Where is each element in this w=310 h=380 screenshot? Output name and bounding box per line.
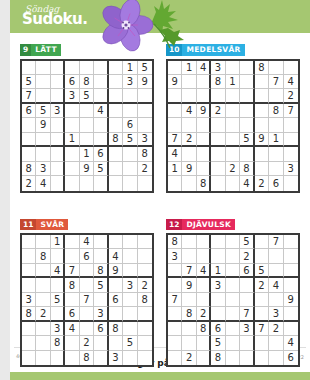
sudoku-cell[interactable]	[168, 307, 182, 321]
sudoku-cell[interactable]	[226, 176, 240, 190]
sudoku-cell[interactable]	[51, 176, 65, 190]
sudoku-cell[interactable]	[80, 264, 94, 278]
sudoku-cell[interactable]	[226, 322, 240, 336]
sudoku-cell: 7	[168, 293, 182, 307]
sudoku-cell: 3	[51, 322, 65, 336]
sudoku-cell: 3	[211, 61, 225, 75]
sudoku-cell[interactable]	[284, 322, 298, 336]
sudoku-cell[interactable]	[226, 293, 240, 307]
sudoku-cell[interactable]	[138, 264, 152, 278]
sudoku-cell: 5	[22, 75, 36, 89]
sudoku-cell[interactable]	[80, 61, 94, 75]
sudoku-cell: 7	[284, 104, 298, 118]
puzzle-row-top: 9 LÄTT 155683973565349618531688395224 10…	[20, 37, 300, 193]
sudoku-cell[interactable]	[240, 89, 254, 103]
sudoku-cell[interactable]	[197, 147, 211, 161]
sudoku-cell: 9	[80, 162, 94, 176]
sudoku-cell[interactable]	[226, 61, 240, 75]
sudoku-cell: 3	[65, 89, 79, 103]
sudoku-cell[interactable]	[123, 162, 137, 176]
sudoku-cell[interactable]	[51, 133, 65, 147]
sudoku-cell[interactable]	[36, 75, 50, 89]
sudoku-cell[interactable]	[269, 89, 283, 103]
sudoku-cell[interactable]	[65, 351, 79, 365]
sudoku-cell[interactable]	[211, 307, 225, 321]
sudoku-cell: 4	[182, 104, 196, 118]
sudoku-cell: 5	[36, 104, 50, 118]
sudoku-cell: 2	[36, 307, 50, 321]
sudoku-cell[interactable]	[197, 89, 211, 103]
sudoku-cell: 6	[65, 307, 79, 321]
sudoku-cell[interactable]	[22, 133, 36, 147]
sudoku-cell[interactable]	[211, 133, 225, 147]
sudoku-cell: 1	[51, 235, 65, 249]
sudoku-cell[interactable]	[123, 104, 137, 118]
sudoku-cell: 9	[182, 278, 196, 292]
sudoku-cell: 7	[269, 235, 283, 249]
sudoku-cell[interactable]	[269, 147, 283, 161]
sudoku-cell[interactable]	[36, 278, 50, 292]
sudoku-cell[interactable]	[255, 75, 269, 89]
sudoku-cell[interactable]	[36, 89, 50, 103]
sudoku-cell: 9	[138, 75, 152, 89]
sudoku-cell[interactable]	[168, 336, 182, 350]
sudoku-cell[interactable]	[240, 278, 254, 292]
puzzle-number: 9	[20, 44, 31, 56]
sudoku-cell: 6	[123, 118, 137, 132]
sudoku-cell[interactable]	[36, 322, 50, 336]
sudoku-cell[interactable]	[284, 176, 298, 190]
sudoku-cell[interactable]	[138, 235, 152, 249]
sudoku-cell[interactable]	[94, 75, 108, 89]
sudoku-cell[interactable]	[168, 118, 182, 132]
sudoku-cell[interactable]	[51, 61, 65, 75]
sudoku-cell[interactable]	[123, 89, 137, 103]
sudoku-cell[interactable]	[211, 293, 225, 307]
sudoku-cell[interactable]	[226, 133, 240, 147]
sudoku-cell: 7	[80, 293, 94, 307]
sudoku-cell[interactable]	[240, 75, 254, 89]
sudoku-cell[interactable]	[255, 89, 269, 103]
sudoku-cell[interactable]	[226, 351, 240, 365]
sudoku-cell[interactable]	[138, 336, 152, 350]
sudoku-cell[interactable]	[65, 336, 79, 350]
sudoku-cell[interactable]	[109, 307, 123, 321]
sudoku-cell: 2	[211, 104, 225, 118]
sudoku-cell: 6	[94, 322, 108, 336]
sudoku-cell[interactable]	[22, 235, 36, 249]
sudoku-cell: 7	[22, 89, 36, 103]
sudoku-cell[interactable]	[65, 104, 79, 118]
sudoku-cell[interactable]	[197, 162, 211, 176]
sudoku-cell[interactable]	[269, 162, 283, 176]
sudoku-cell[interactable]	[284, 249, 298, 263]
sudoku-cell: 5	[94, 278, 108, 292]
sudoku-cell[interactable]	[138, 104, 152, 118]
sudoku-cell: 1	[123, 61, 137, 75]
sudoku-cell: 3	[168, 249, 182, 263]
difficulty-badge-10: 10 MEDELSVÅR	[166, 44, 245, 56]
sudoku-cell[interactable]	[211, 89, 225, 103]
sudoku-cell: 8	[65, 278, 79, 292]
sudoku-cell: 9	[197, 104, 211, 118]
sudoku-cell[interactable]	[255, 293, 269, 307]
sudoku-cell[interactable]	[94, 118, 108, 132]
sudoku-cell[interactable]	[168, 176, 182, 190]
sudoku-cell[interactable]	[51, 89, 65, 103]
sudoku-cell: 6	[80, 249, 94, 263]
puzzle-12: 12 DJÄVULSK 8573274165932479827386372542…	[166, 212, 300, 368]
sudoku-cell: 8	[80, 75, 94, 89]
sudoku-cell[interactable]	[109, 278, 123, 292]
sudoku-cell: 5	[94, 162, 108, 176]
sudoku-cell[interactable]	[168, 61, 182, 75]
sudoku-cell: 8	[269, 104, 283, 118]
sudoku-cell: 8	[51, 336, 65, 350]
sudoku-cell[interactable]	[36, 235, 50, 249]
sudoku-cell[interactable]	[240, 104, 254, 118]
sudoku-cell[interactable]	[36, 264, 50, 278]
sudoku-cell[interactable]	[168, 351, 182, 365]
sudoku-cell[interactable]	[269, 61, 283, 75]
sudoku-cell: 2	[255, 176, 269, 190]
sudoku-cell[interactable]	[51, 351, 65, 365]
sudoku-cell[interactable]	[240, 293, 254, 307]
sudoku-cell[interactable]	[22, 118, 36, 132]
sudoku-cell[interactable]	[94, 235, 108, 249]
sudoku-cell[interactable]	[182, 249, 196, 263]
sudoku-cell[interactable]	[255, 104, 269, 118]
sudoku-newspaper-page: Söndag Sudoku.	[10, 0, 310, 380]
sudoku-cell[interactable]	[51, 147, 65, 161]
sudoku-cell: 4	[36, 176, 50, 190]
sudoku-cell[interactable]	[269, 118, 283, 132]
sudoku-cell: 1	[65, 133, 79, 147]
sudoku-cell: 6	[109, 293, 123, 307]
sudoku-cell[interactable]	[109, 235, 123, 249]
sudoku-cell[interactable]	[80, 133, 94, 147]
sudoku-cell[interactable]	[51, 162, 65, 176]
puzzle-10: 10 MEDELSVÅR 143898174249287725914192838…	[166, 37, 300, 193]
sudoku-cell: 8	[255, 61, 269, 75]
sudoku-cell[interactable]	[123, 351, 137, 365]
sudoku-cell[interactable]	[138, 322, 152, 336]
sudoku-cell: 1	[80, 147, 94, 161]
sudoku-cell[interactable]	[182, 293, 196, 307]
sudoku-cell[interactable]	[197, 336, 211, 350]
sudoku-cell[interactable]	[168, 278, 182, 292]
sudoku-cell: 1	[211, 264, 225, 278]
sudoku-cell: 4	[109, 249, 123, 263]
sudoku-cell: 2	[138, 162, 152, 176]
sudoku-cell[interactable]	[65, 162, 79, 176]
sudoku-cell[interactable]	[226, 89, 240, 103]
sudoku-cell[interactable]	[94, 293, 108, 307]
sudoku-cell[interactable]	[123, 307, 137, 321]
sudoku-cell[interactable]	[138, 89, 152, 103]
sudoku-cell: 4	[197, 264, 211, 278]
sudoku-cell: 8	[22, 162, 36, 176]
sudoku-cell[interactable]	[197, 278, 211, 292]
sudoku-cell[interactable]	[240, 147, 254, 161]
sudoku-cell[interactable]	[109, 89, 123, 103]
sudoku-cell[interactable]	[36, 293, 50, 307]
sudoku-cell: 2	[80, 336, 94, 350]
sudoku-cell: 8	[80, 351, 94, 365]
sudoku-cell[interactable]	[182, 147, 196, 161]
sudoku-cell[interactable]	[22, 322, 36, 336]
sudoku-cell[interactable]	[197, 249, 211, 263]
sudoku-cell[interactable]	[226, 118, 240, 132]
sudoku-cell[interactable]	[284, 264, 298, 278]
sudoku-cell[interactable]	[226, 249, 240, 263]
sudoku-cell[interactable]	[94, 133, 108, 147]
sudoku-cell[interactable]	[94, 351, 108, 365]
sudoku-cell[interactable]	[255, 235, 269, 249]
sudoku-cell[interactable]	[109, 176, 123, 190]
sudoku-cell: 8	[138, 147, 152, 161]
sudoku-cell[interactable]	[94, 336, 108, 350]
sudoku-cell[interactable]	[182, 75, 196, 89]
sudoku-cell: 4	[284, 336, 298, 350]
sudoku-cell[interactable]	[51, 278, 65, 292]
sudoku-cell[interactable]	[284, 307, 298, 321]
sudoku-cell[interactable]	[22, 351, 36, 365]
sudoku-cell[interactable]	[123, 147, 137, 161]
sudoku-cell: 1	[226, 75, 240, 89]
logo-script-text: Söndag	[25, 5, 87, 14]
sudoku-cell: 2	[284, 89, 298, 103]
sudoku-cell[interactable]	[123, 264, 137, 278]
sudoku-cell[interactable]	[138, 351, 152, 365]
sudoku-cell[interactable]	[123, 249, 137, 263]
sudoku-cell[interactable]	[255, 118, 269, 132]
sudoku-cell[interactable]	[226, 307, 240, 321]
sudoku-cell[interactable]	[94, 61, 108, 75]
sudoku-cell[interactable]	[65, 249, 79, 263]
sudoku-cell[interactable]	[22, 336, 36, 350]
sudoku-cell: 6	[240, 264, 254, 278]
sudoku-cell[interactable]	[80, 307, 94, 321]
sudoku-cell[interactable]	[123, 293, 137, 307]
sudoku-cell[interactable]	[211, 162, 225, 176]
sudoku-cell[interactable]	[226, 147, 240, 161]
sudoku-cell[interactable]	[226, 104, 240, 118]
sudoku-cell[interactable]	[51, 249, 65, 263]
sudoku-cell: 3	[36, 162, 50, 176]
sudoku-cell: 4	[80, 235, 94, 249]
sudoku-cell[interactable]	[123, 322, 137, 336]
puzzle-number: 12	[166, 219, 182, 231]
sudoku-cell: 2	[22, 176, 36, 190]
sudoku-cell[interactable]	[80, 278, 94, 292]
sudoku-cell[interactable]	[211, 235, 225, 249]
sudoku-cell: 7	[182, 264, 196, 278]
sudoku-cell[interactable]	[240, 351, 254, 365]
sudoku-cell[interactable]	[123, 235, 137, 249]
sudoku-cell[interactable]	[269, 351, 283, 365]
sudoku-cell: 9	[284, 293, 298, 307]
sudoku-cell: 5	[80, 89, 94, 103]
sudoku-cell[interactable]	[65, 235, 79, 249]
sudoku-cell[interactable]	[284, 61, 298, 75]
sudoku-cell[interactable]	[284, 118, 298, 132]
sudoku-cell: 4	[284, 75, 298, 89]
sudoku-cell[interactable]	[94, 249, 108, 263]
sudoku-cell: 3	[123, 75, 137, 89]
sudoku-cell: 4	[197, 61, 211, 75]
sudoku-cell[interactable]	[109, 61, 123, 75]
sudoku-cell[interactable]	[51, 75, 65, 89]
sudoku-cell[interactable]	[255, 147, 269, 161]
sudoku-cell[interactable]	[182, 118, 196, 132]
sudoku-cell: 8	[22, 307, 36, 321]
sudoku-cell[interactable]	[284, 235, 298, 249]
sudoku-cell[interactable]	[65, 147, 79, 161]
sudoku-cell[interactable]	[168, 104, 182, 118]
sudoku-cell: 9	[36, 118, 50, 132]
sudoku-cell: 2	[182, 351, 196, 365]
sudoku-cell[interactable]	[22, 61, 36, 75]
sudoku-cell[interactable]	[284, 147, 298, 161]
sudoku-cell: 8	[36, 249, 50, 263]
sudoku-cell[interactable]	[94, 89, 108, 103]
sudoku-cell[interactable]	[182, 235, 196, 249]
sudoku-cell[interactable]	[109, 336, 123, 350]
bottom-band	[10, 372, 310, 380]
sudoku-cell[interactable]	[211, 118, 225, 132]
sudoku-cell: 1	[269, 133, 283, 147]
difficulty-badge-9: 9 LÄTT	[20, 44, 61, 56]
sudoku-cell[interactable]	[240, 336, 254, 350]
sudoku-cell[interactable]	[109, 118, 123, 132]
sudoku-cell[interactable]	[109, 147, 123, 161]
sudoku-cell[interactable]	[226, 264, 240, 278]
sudoku-cell[interactable]	[168, 89, 182, 103]
puzzle-row-bottom: 11 SVÅR 1486447898532357688263346882583 …	[20, 212, 300, 368]
sudoku-cell: 8	[240, 162, 254, 176]
sudoku-cell: 7	[168, 133, 182, 147]
sudoku-cell[interactable]	[123, 176, 137, 190]
sudoku-cell[interactable]	[168, 322, 182, 336]
sudoku-cell[interactable]	[109, 104, 123, 118]
sudoku-cell: 4	[269, 278, 283, 292]
sudoku-cell[interactable]	[22, 264, 36, 278]
sudoku-cell[interactable]	[168, 264, 182, 278]
sudoku-cell[interactable]	[65, 293, 79, 307]
sudoku-cell: 5	[211, 336, 225, 350]
sudoku-cell: 7	[269, 75, 283, 89]
sudoku-cell[interactable]	[269, 264, 283, 278]
sudoku-cell: 2	[240, 249, 254, 263]
sudoku-cell[interactable]	[36, 351, 50, 365]
sudoku-cell: 5	[138, 61, 152, 75]
sudoku-cell[interactable]	[197, 133, 211, 147]
sudoku-cell[interactable]	[138, 307, 152, 321]
sudoku-cell[interactable]	[80, 176, 94, 190]
sudoku-cell[interactable]	[269, 293, 283, 307]
sudoku-cell: 9	[109, 264, 123, 278]
sudoku-cell[interactable]	[182, 322, 196, 336]
sudoku-cell: 1	[168, 162, 182, 176]
sudoku-cell[interactable]	[22, 147, 36, 161]
sudoku-cell[interactable]	[240, 118, 254, 132]
sudoku-cell: 4	[168, 147, 182, 161]
sudoku-cell: 5	[240, 235, 254, 249]
sudoku-cell[interactable]	[182, 336, 196, 350]
sudoku-cell[interactable]	[226, 235, 240, 249]
sudoku-cell: 5	[123, 336, 137, 350]
sudoku-cell[interactable]	[138, 249, 152, 263]
sudoku-cell[interactable]	[269, 249, 283, 263]
sudoku-cell[interactable]	[65, 176, 79, 190]
sudoku-cell[interactable]	[182, 89, 196, 103]
sudoku-cell[interactable]	[138, 118, 152, 132]
sudoku-cell[interactable]	[269, 336, 283, 350]
sudoku-cell[interactable]	[197, 235, 211, 249]
sudoku-cell[interactable]	[80, 322, 94, 336]
sudoku-cell[interactable]	[109, 162, 123, 176]
sudoku-cell: 6	[211, 322, 225, 336]
sudoku-cell[interactable]	[284, 133, 298, 147]
sudoku-cell: 8	[197, 176, 211, 190]
sudoku-cell[interactable]	[284, 278, 298, 292]
sudoku-grid: 155683973565349618531688395224	[20, 59, 154, 193]
sudoku-cell[interactable]	[255, 307, 269, 321]
puzzle-9: 9 LÄTT 155683973565349618531688395224	[20, 37, 154, 193]
sudoku-cell: 3	[284, 162, 298, 176]
sudoku-cell[interactable]	[94, 176, 108, 190]
sudoku-cell: 3	[109, 351, 123, 365]
sudoku-cell[interactable]	[65, 118, 79, 132]
sudoku-cell[interactable]	[197, 118, 211, 132]
sudoku-cell[interactable]	[255, 351, 269, 365]
sudoku-cell: 1	[182, 61, 196, 75]
sudoku-cell[interactable]	[211, 176, 225, 190]
sudoku-cell: 8	[168, 235, 182, 249]
sudoku-cell[interactable]	[211, 249, 225, 263]
sudoku-cell[interactable]	[109, 75, 123, 89]
sudoku-cell[interactable]	[51, 307, 65, 321]
sudoku-cell[interactable]	[255, 162, 269, 176]
sudoku-cell: 2	[182, 133, 196, 147]
sudoku-cell[interactable]	[80, 118, 94, 132]
sudoku-cell[interactable]	[22, 278, 36, 292]
sudoku-cell[interactable]	[80, 104, 94, 118]
sudoku-cell[interactable]	[197, 75, 211, 89]
sudoku-cell[interactable]	[255, 249, 269, 263]
sudoku-cell[interactable]	[36, 147, 50, 161]
difficulty-label: SVÅR	[36, 219, 68, 231]
sudoku-cell[interactable]	[36, 336, 50, 350]
sudoku-cell[interactable]	[138, 176, 152, 190]
sudoku-cell[interactable]	[197, 293, 211, 307]
sudoku-cell[interactable]	[240, 61, 254, 75]
sudoku-cell[interactable]	[22, 249, 36, 263]
sudoku-cell[interactable]	[182, 176, 196, 190]
sudoku-cell[interactable]	[51, 118, 65, 132]
sudoku-cell[interactable]	[226, 278, 240, 292]
sudoku-cell[interactable]	[65, 61, 79, 75]
sudoku-cell[interactable]	[255, 336, 269, 350]
sudoku-grid: 1486447898532357688263346882583	[20, 233, 154, 367]
sudoku-cell[interactable]	[211, 147, 225, 161]
sudoku-cell: 5	[255, 264, 269, 278]
sudoku-cell[interactable]	[197, 351, 211, 365]
sudoku-cell[interactable]	[36, 133, 50, 147]
sudoku-cell[interactable]	[36, 61, 50, 75]
sudoku-cell[interactable]	[226, 336, 240, 350]
